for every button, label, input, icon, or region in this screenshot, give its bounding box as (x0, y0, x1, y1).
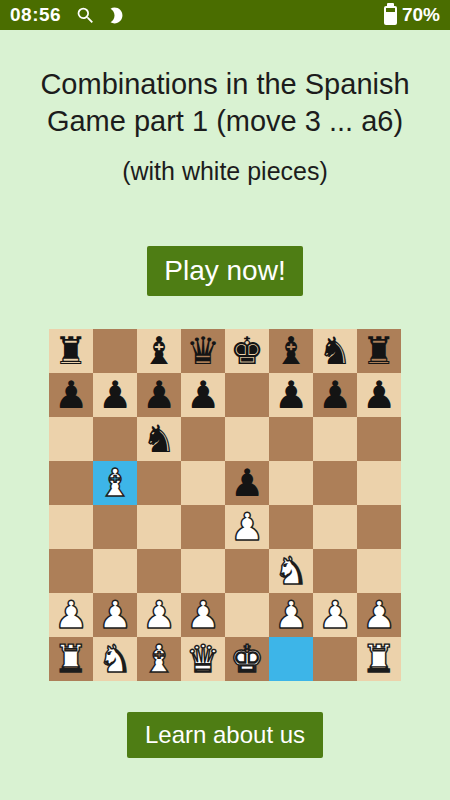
square-h3[interactable] (357, 549, 401, 593)
square-e6[interactable] (225, 417, 269, 461)
square-b5[interactable]: ♝ (93, 461, 137, 505)
clock-time: 08:56 (10, 4, 61, 26)
page-title: Combinations in the Spanish Game part 1 … (10, 66, 440, 140)
square-f8[interactable]: ♝ (269, 329, 313, 373)
white-pawn: ♟ (98, 593, 132, 637)
status-bar: 08:56 70% (0, 0, 450, 30)
square-g1[interactable] (313, 637, 357, 681)
square-d5[interactable] (181, 461, 225, 505)
black-bishop: ♝ (274, 329, 308, 373)
square-g6[interactable] (313, 417, 357, 461)
square-f1[interactable] (269, 637, 313, 681)
white-rook: ♜ (54, 637, 88, 681)
square-c1[interactable]: ♝ (137, 637, 181, 681)
square-b2[interactable]: ♟ (93, 593, 137, 637)
square-h8[interactable]: ♜ (357, 329, 401, 373)
square-a7[interactable]: ♟ (49, 373, 93, 417)
square-e4[interactable]: ♟ (225, 505, 269, 549)
square-b1[interactable]: ♞ (93, 637, 137, 681)
square-e8[interactable]: ♚ (225, 329, 269, 373)
black-knight: ♞ (142, 417, 176, 461)
square-e2[interactable] (225, 593, 269, 637)
square-g4[interactable] (313, 505, 357, 549)
square-b4[interactable] (93, 505, 137, 549)
black-king: ♚ (230, 329, 264, 373)
black-pawn: ♟ (186, 373, 220, 417)
square-d6[interactable] (181, 417, 225, 461)
square-d3[interactable] (181, 549, 225, 593)
square-c8[interactable]: ♝ (137, 329, 181, 373)
square-e1[interactable]: ♚ (225, 637, 269, 681)
square-g5[interactable] (313, 461, 357, 505)
square-e5[interactable]: ♟ (225, 461, 269, 505)
white-pawn: ♟ (54, 593, 88, 637)
white-pawn: ♟ (186, 593, 220, 637)
square-h7[interactable]: ♟ (357, 373, 401, 417)
square-g3[interactable] (313, 549, 357, 593)
black-knight: ♞ (318, 329, 352, 373)
white-rook: ♜ (362, 637, 396, 681)
square-b8[interactable] (93, 329, 137, 373)
square-h2[interactable]: ♟ (357, 593, 401, 637)
square-c4[interactable] (137, 505, 181, 549)
square-f2[interactable]: ♟ (269, 593, 313, 637)
battery-percent: 70% (402, 4, 440, 26)
chess-board[interactable]: ♜♝♛♚♝♞♜♟♟♟♟♟♟♟♞♝♟♟♞♟♟♟♟♟♟♟♜♞♝♛♚♜ (49, 329, 401, 681)
do-not-disturb-moon-icon (106, 5, 127, 26)
square-b6[interactable] (93, 417, 137, 461)
square-a2[interactable]: ♟ (49, 593, 93, 637)
white-queen: ♛ (186, 637, 220, 681)
black-pawn: ♟ (318, 373, 352, 417)
square-c3[interactable] (137, 549, 181, 593)
square-a8[interactable]: ♜ (49, 329, 93, 373)
battery-icon (384, 6, 397, 25)
white-pawn: ♟ (362, 593, 396, 637)
square-d4[interactable] (181, 505, 225, 549)
white-knight: ♞ (274, 549, 308, 593)
white-bishop: ♝ (98, 461, 132, 505)
white-pawn: ♟ (142, 593, 176, 637)
black-pawn: ♟ (98, 373, 132, 417)
square-h6[interactable] (357, 417, 401, 461)
square-b7[interactable]: ♟ (93, 373, 137, 417)
black-queen: ♛ (186, 329, 220, 373)
white-pawn: ♟ (318, 593, 352, 637)
square-f3[interactable]: ♞ (269, 549, 313, 593)
square-b3[interactable] (93, 549, 137, 593)
square-f5[interactable] (269, 461, 313, 505)
square-h1[interactable]: ♜ (357, 637, 401, 681)
square-a1[interactable]: ♜ (49, 637, 93, 681)
page-subtitle: (with white pieces) (122, 157, 328, 186)
white-pawn: ♟ (230, 505, 264, 549)
square-c6[interactable]: ♞ (137, 417, 181, 461)
square-a3[interactable] (49, 549, 93, 593)
square-g7[interactable]: ♟ (313, 373, 357, 417)
square-c5[interactable] (137, 461, 181, 505)
white-knight: ♞ (98, 637, 132, 681)
square-f6[interactable] (269, 417, 313, 461)
square-a4[interactable] (49, 505, 93, 549)
square-d1[interactable]: ♛ (181, 637, 225, 681)
white-king: ♚ (230, 637, 264, 681)
square-g2[interactable]: ♟ (313, 593, 357, 637)
square-d8[interactable]: ♛ (181, 329, 225, 373)
black-rook: ♜ (54, 329, 88, 373)
square-f4[interactable] (269, 505, 313, 549)
square-c7[interactable]: ♟ (137, 373, 181, 417)
black-pawn: ♟ (362, 373, 396, 417)
square-d2[interactable]: ♟ (181, 593, 225, 637)
square-e3[interactable] (225, 549, 269, 593)
square-a6[interactable] (49, 417, 93, 461)
black-pawn: ♟ (142, 373, 176, 417)
square-d7[interactable]: ♟ (181, 373, 225, 417)
white-bishop: ♝ (142, 637, 176, 681)
search-icon (75, 5, 96, 26)
square-f7[interactable]: ♟ (269, 373, 313, 417)
square-h4[interactable] (357, 505, 401, 549)
square-a5[interactable] (49, 461, 93, 505)
black-rook: ♜ (362, 329, 396, 373)
black-bishop: ♝ (142, 329, 176, 373)
square-c2[interactable]: ♟ (137, 593, 181, 637)
black-pawn: ♟ (230, 461, 264, 505)
square-g8[interactable]: ♞ (313, 329, 357, 373)
play-now-button[interactable]: Play now! (147, 246, 302, 296)
square-e7[interactable] (225, 373, 269, 417)
black-pawn: ♟ (274, 373, 308, 417)
black-pawn: ♟ (54, 373, 88, 417)
learn-about-us-button[interactable]: Learn about us (127, 712, 323, 758)
square-h5[interactable] (357, 461, 401, 505)
white-pawn: ♟ (274, 593, 308, 637)
